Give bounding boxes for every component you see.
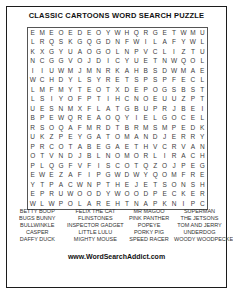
- grid-cell-r9c13: U: [141, 104, 150, 114]
- grid-cell-r2c14: L: [150, 38, 159, 48]
- grid-cell-r1c16: T: [169, 28, 178, 38]
- grid-cell-r4c11: Y: [122, 57, 131, 67]
- grid-cell-r16c1: E: [28, 171, 37, 181]
- grid-cell-r11c14: S: [150, 123, 159, 133]
- grid-cell-r13c11: E: [122, 142, 131, 152]
- word-list-item: INSPECTOR GADGET: [67, 222, 125, 229]
- grid-cell-r9c18: E: [188, 104, 197, 114]
- grid-cell-r9c17: B: [179, 104, 188, 114]
- grid-cell-r6c14: S: [150, 76, 159, 86]
- grid-cell-r7c10: X: [113, 85, 122, 95]
- grid-cell-r15c14: Z: [150, 161, 159, 171]
- grid-cell-r10c12: I: [132, 114, 141, 124]
- grid-cell-r2c7: Q: [85, 38, 94, 48]
- grid-cell-r9c5: M: [66, 104, 75, 114]
- grid-cell-r1c11: H: [122, 28, 131, 38]
- grid-cell-r8c7: P: [85, 95, 94, 105]
- grid-cell-r5c11: A: [122, 66, 131, 76]
- grid-cell-r17c10: H: [113, 180, 122, 190]
- grid-cell-r12c17: R: [179, 133, 188, 143]
- grid-cell-r12c8: A: [94, 133, 103, 143]
- grid-cell-r14c10: O: [113, 152, 122, 162]
- grid-cell-r17c9: T: [103, 180, 112, 190]
- grid-cell-r11c16: P: [169, 123, 178, 133]
- grid-cell-r17c15: S: [160, 180, 169, 190]
- grid-cell-r8c14: E: [150, 95, 159, 105]
- grid-cell-r9c3: S: [47, 104, 56, 114]
- grid-cell-r5c10: K: [113, 66, 122, 76]
- puzzle-title: CLASSIC CARTOONS WORD SEARCH PUZZLE: [0, 12, 233, 20]
- grid-cell-r18c17: K: [179, 190, 188, 200]
- grid-cell-r17c2: T: [37, 180, 46, 190]
- grid-cell-r9c11: G: [122, 104, 131, 114]
- grid-cell-r7c3: F: [47, 85, 56, 95]
- grid-cell-r2c2: R: [37, 38, 46, 48]
- grid-cell-r14c6: J: [75, 152, 84, 162]
- grid-cell-r4c7: J: [85, 57, 94, 67]
- grid-cell-r6c4: D: [56, 76, 65, 86]
- grid-cell-r3c10: L: [113, 47, 122, 57]
- grid-cell-r4c18: O: [188, 57, 197, 67]
- grid-cell-r10c5: Q: [66, 114, 75, 124]
- grid-cell-r10c8: A: [94, 114, 103, 124]
- grid-cell-r11c15: M: [160, 123, 169, 133]
- grid-cell-r3c2: X: [37, 47, 46, 57]
- grid-cell-r18c8: D: [94, 190, 103, 200]
- grid-cell-r5c15: D: [160, 66, 169, 76]
- grid-cell-r15c2: L: [37, 161, 46, 171]
- grid-cell-r6c8: Y: [94, 76, 103, 86]
- grid-cell-r5c19: E: [198, 66, 207, 76]
- grid-cell-r17c12: J: [132, 180, 141, 190]
- grid-cell-r16c9: G: [103, 171, 112, 181]
- grid-cell-r10c6: R: [75, 114, 84, 124]
- word-list-item: POPEYE: [124, 222, 174, 229]
- grid-cell-r14c16: R: [169, 152, 178, 162]
- grid-cell-r16c18: R: [188, 171, 197, 181]
- grid-cell-r17c11: E: [122, 180, 131, 190]
- grid-cell-r18c16: C: [169, 190, 178, 200]
- grid-cell-r18c15: E: [160, 190, 169, 200]
- grid-cell-r9c14: P: [150, 104, 159, 114]
- grid-cell-r9c1: U: [28, 104, 37, 114]
- grid-cell-r8c6: F: [75, 95, 84, 105]
- grid-cell-r6c12: S: [132, 76, 141, 86]
- grid-cell-r8c2: S: [37, 95, 46, 105]
- grid-cell-r13c13: H: [141, 142, 150, 152]
- grid-cell-r10c15: G: [160, 114, 169, 124]
- grid-cell-r14c1: O: [28, 152, 37, 162]
- grid-cell-r7c6: T: [75, 85, 84, 95]
- grid-cell-r14c3: V: [47, 152, 56, 162]
- grid-cell-r5c7: M: [85, 66, 94, 76]
- grid-cell-r7c19: T: [198, 85, 207, 95]
- grid-cell-r7c1: L: [28, 85, 37, 95]
- grid-cell-r18c11: O: [122, 190, 131, 200]
- grid-cell-r4c14: T: [150, 57, 159, 67]
- grid-cell-r8c11: C: [122, 95, 131, 105]
- grid-cell-r10c2: P: [37, 114, 46, 124]
- grid-cell-r12c15: J: [160, 133, 169, 143]
- grid-cell-r3c19: U: [198, 47, 207, 57]
- grid-cell-r5c13: B: [141, 66, 150, 76]
- grid-cell-r10c16: O: [169, 114, 178, 124]
- grid-cell-r6c11: T: [122, 76, 131, 86]
- word-list-item: DAFFY DUCK: [8, 236, 67, 243]
- grid-cell-r6c10: E: [113, 76, 122, 86]
- grid-cell-r2c18: W: [188, 38, 197, 48]
- word-list-item: CASPER: [8, 229, 67, 236]
- grid-cell-r12c19: Y: [198, 133, 207, 143]
- grid-cell-r8c15: U: [160, 95, 169, 105]
- grid-cell-r7c4: M: [56, 85, 65, 95]
- grid-cell-r15c16: J: [169, 161, 178, 171]
- grid-cell-r16c11: D: [122, 171, 131, 181]
- grid-cell-r15c11: O: [122, 161, 131, 171]
- grid-cell-r12c13: N: [141, 133, 150, 143]
- grid-cell-r18c4: U: [56, 190, 65, 200]
- grid-cell-r4c1: N: [28, 57, 37, 67]
- grid-cell-r2c17: Y: [179, 38, 188, 48]
- grid-cell-r10c9: O: [103, 114, 112, 124]
- grid-cell-r8c16: U: [169, 95, 178, 105]
- footer-url[interactable]: www.WordSearchAddict.com: [0, 252, 233, 261]
- grid-cell-r14c15: I: [160, 152, 169, 162]
- grid-cell-r18c13: D: [141, 190, 150, 200]
- grid-cell-r15c4: G: [56, 161, 65, 171]
- grid-cell-r17c13: E: [141, 180, 150, 190]
- grid-cell-r18c3: R: [47, 190, 56, 200]
- grid-cell-r4c2: C: [37, 57, 46, 67]
- grid-cell-r7c9: T: [103, 85, 112, 95]
- grid-cell-r16c3: E: [47, 171, 56, 181]
- grid-cell-r16c6: F: [75, 171, 84, 181]
- grid-cell-r9c16: J: [169, 104, 178, 114]
- grid-cell-r10c14: L: [150, 114, 159, 124]
- grid-cell-r6c3: H: [47, 76, 56, 86]
- grid-cell-r5c8: N: [94, 66, 103, 76]
- grid-cell-r18c7: O: [85, 190, 94, 200]
- grid-cell-r3c11: N: [122, 47, 131, 57]
- grid-cell-r11c19: K: [198, 123, 207, 133]
- grid-cell-r9c8: L: [94, 104, 103, 114]
- grid-cell-r4c13: E: [141, 57, 150, 67]
- grid-cell-r5c16: W: [169, 66, 178, 76]
- grid-cell-r1c7: E: [85, 28, 94, 38]
- grid-cell-r3c4: Y: [56, 47, 65, 57]
- grid-cell-r4c12: U: [132, 57, 141, 67]
- grid-cell-r17c17: N: [179, 180, 188, 190]
- grid-cell-r8c10: H: [113, 95, 122, 105]
- grid-cell-r9c6: X: [75, 104, 84, 114]
- grid-cell-r4c4: G: [56, 57, 65, 67]
- grid-cell-r2c3: Q: [47, 38, 56, 48]
- grid-cell-r17c7: N: [85, 180, 94, 190]
- grid-cell-r18c2: P: [37, 190, 46, 200]
- grid-cell-r17c1: Y: [28, 180, 37, 190]
- grid-cell-r15c10: C: [113, 161, 122, 171]
- grid-cell-r16c16: M: [169, 171, 178, 181]
- grid-cell-r12c6: Y: [75, 133, 84, 143]
- grid-cell-r18c5: W: [66, 190, 75, 200]
- grid-cell-r1c14: G: [150, 28, 159, 38]
- grid-cell-r4c10: C: [113, 57, 122, 67]
- grid-cell-r11c3: O: [47, 123, 56, 133]
- grid-cell-r2c12: W: [132, 38, 141, 48]
- grid-cell-r17c14: T: [150, 180, 159, 190]
- grid-cell-r8c17: Z: [179, 95, 188, 105]
- grid-cell-r4c17: Q: [179, 57, 188, 67]
- grid-cell-r4c16: W: [169, 57, 178, 67]
- grid-cell-r15c8: I: [94, 161, 103, 171]
- grid-cell-r8c9: I: [103, 95, 112, 105]
- grid-cell-r18c6: O: [75, 190, 84, 200]
- word-list-item: UNDERDOG: [174, 229, 225, 236]
- grid-cell-r8c3: I: [47, 95, 56, 105]
- grid-cell-r7c17: B: [179, 85, 188, 95]
- grid-cell-r3c16: I: [169, 47, 178, 57]
- grid-cell-r3c6: A: [75, 47, 84, 57]
- grid-cell-r10c18: E: [188, 114, 197, 124]
- grid-cell-r10c17: C: [179, 114, 188, 124]
- grid-cell-r13c2: R: [37, 142, 46, 152]
- grid-cell-r7c16: S: [169, 85, 178, 95]
- grid-cell-r14c19: H: [198, 152, 207, 162]
- grid-cell-r12c2: K: [37, 133, 46, 143]
- grid-cell-r12c7: G: [85, 133, 94, 143]
- grid-cell-r16c12: W: [132, 171, 141, 181]
- grid-cell-r10c3: E: [47, 114, 56, 124]
- grid-cell-r6c5: Y: [66, 76, 75, 86]
- grid-cell-r3c9: O: [103, 47, 112, 57]
- grid-cell-r15c15: O: [160, 161, 169, 171]
- grid-cell-r1c8: O: [94, 28, 103, 38]
- grid-cell-r13c7: B: [85, 142, 94, 152]
- grid-cell-r9c9: A: [103, 104, 112, 114]
- grid-cell-r16c19: E: [198, 171, 207, 181]
- grid-cell-r1c5: E: [66, 28, 75, 38]
- grid-cell-r11c13: M: [141, 123, 150, 133]
- word-list-item: LITTLE LULU: [67, 229, 125, 236]
- grid-cell-r3c18: T: [188, 47, 197, 57]
- grid-cell-r15c7: F: [85, 161, 94, 171]
- grid-cell-r5c12: H: [132, 66, 141, 76]
- word-list-item: WOODY WOODPECKER: [174, 236, 225, 243]
- grid-cell-r11c9: D: [103, 123, 112, 133]
- grid-cell-r18c19: R: [198, 190, 207, 200]
- grid-cell-r3c13: V: [141, 47, 150, 57]
- grid-cell-r1c12: Q: [132, 28, 141, 38]
- grid-cell-r11c8: R: [94, 123, 103, 133]
- grid-cell-r4c6: O: [75, 57, 84, 67]
- grid-cell-r1c13: R: [141, 28, 150, 38]
- grid-cell-r14c17: A: [179, 152, 188, 162]
- grid-cell-r11c17: E: [179, 123, 188, 133]
- grid-cell-r11c18: D: [188, 123, 197, 133]
- grid-cell-r12c1: U: [28, 133, 37, 143]
- grid-cell-r13c19: N: [198, 142, 207, 152]
- word-list-item: FELIX THE CAT: [67, 208, 125, 215]
- grid-cell-r17c19: H: [198, 180, 207, 190]
- puzzle-page: CLASSIC CARTOONS WORD SEARCH PUZZLE EMEO…: [0, 0, 233, 300]
- grid-cell-r1c4: O: [56, 28, 65, 38]
- grid-cell-r1c17: W: [179, 28, 188, 38]
- grid-cell-r14c7: B: [85, 152, 94, 162]
- grid-cell-r13c16: R: [169, 142, 178, 152]
- grid-cell-r18c10: W: [113, 190, 122, 200]
- word-list-item: MR MAGOO: [124, 208, 174, 215]
- grid-cell-r14c18: C: [188, 152, 197, 162]
- grid-cell-r17c5: C: [66, 180, 75, 190]
- grid-cell-r6c18: C: [188, 76, 197, 86]
- grid-cell-r9c19: I: [198, 104, 207, 114]
- grid-cell-r13c9: G: [103, 142, 112, 152]
- word-list-item: BETTY BOOP: [8, 208, 67, 215]
- grid-cell-r13c10: A: [113, 142, 122, 152]
- grid-cell-r14c12: O: [132, 152, 141, 162]
- grid-cell-r17c18: S: [188, 180, 197, 190]
- grid-cell-r16c10: W: [113, 171, 122, 181]
- grid-cell-r12c18: R: [188, 133, 197, 143]
- grid-cell-r16c15: O: [160, 171, 169, 181]
- grid-cell-r2c1: L: [28, 38, 37, 48]
- grid-cell-r15c1: P: [28, 161, 37, 171]
- grid-cell-r1c15: E: [160, 28, 169, 38]
- grid-cell-r5c18: A: [188, 66, 197, 76]
- grid-cell-r15c17: P: [179, 161, 188, 171]
- grid-cell-r7c12: E: [132, 85, 141, 95]
- grid-cell-r14c5: D: [66, 152, 75, 162]
- grid-cell-r11c11: B: [122, 123, 131, 133]
- grid-cell-r11c12: R: [132, 123, 141, 133]
- grid-cell-r7c13: P: [141, 85, 150, 95]
- grid-cell-r16c13: Y: [141, 171, 150, 181]
- grid-cell-r7c15: G: [160, 85, 169, 95]
- grid-cell-r3c1: K: [28, 47, 37, 57]
- word-list-item: TOM AND JERRY: [174, 222, 225, 229]
- grid-cell-r4c3: G: [47, 57, 56, 67]
- word-list-item: SPEED RACER: [124, 236, 174, 243]
- grid-cell-r9c2: E: [37, 104, 46, 114]
- grid-cell-r8c13: O: [141, 95, 150, 105]
- grid-cell-r16c14: Q: [150, 171, 159, 181]
- grid-cell-r4c9: I: [103, 57, 112, 67]
- grid-cell-r10c11: Y: [122, 114, 131, 124]
- grid-cell-r2c10: N: [113, 38, 122, 48]
- word-list-item: PORKY PIG: [124, 229, 174, 236]
- grid-cell-r8c12: N: [132, 95, 141, 105]
- grid-cell-r2c6: G: [75, 38, 84, 48]
- grid-cell-r15c5: F: [66, 161, 75, 171]
- grid-cell-r16c4: Z: [56, 171, 65, 181]
- grid-cell-r13c8: E: [94, 142, 103, 152]
- grid-cell-r11c1: R: [28, 123, 37, 133]
- grid-cell-r16c17: F: [179, 171, 188, 181]
- grid-cell-r9c12: B: [132, 104, 141, 114]
- grid-cell-r5c2: I: [37, 66, 46, 76]
- word-list-item: THE JETSONS: [174, 215, 225, 222]
- grid-cell-r15c18: E: [188, 161, 197, 171]
- grid-cell-r13c12: T: [132, 142, 141, 152]
- grid-cell-r5c5: M: [66, 66, 75, 76]
- grid-cell-r6c17: E: [179, 76, 188, 86]
- word-list-item: MIGHTY MOUSE: [67, 236, 125, 243]
- grid-cell-r13c18: A: [188, 142, 197, 152]
- grid-cell-r15c6: V: [75, 161, 84, 171]
- grid-cell-r7c5: Y: [66, 85, 75, 95]
- grid-cell-r2c4: S: [56, 38, 65, 48]
- grid-cell-r13c17: V: [179, 142, 188, 152]
- grid-cell-r7c2: M: [37, 85, 46, 95]
- grid-cell-r12c10: O: [113, 133, 122, 143]
- grid-cell-r13c15: C: [160, 142, 169, 152]
- word-list: BETTY BOOPBUGS BUNNYBULLWINKLECASPERDAFF…: [8, 208, 225, 243]
- grid-cell-r14c4: N: [56, 152, 65, 162]
- grid-cell-r2c11: F: [122, 38, 131, 48]
- grid-cell-r14c9: N: [103, 152, 112, 162]
- grid-cell-r8c5: O: [66, 95, 75, 105]
- grid-cell-r2c15: A: [160, 38, 169, 48]
- grid-cell-r7c18: S: [188, 85, 197, 95]
- grid-cell-r17c6: W: [75, 180, 84, 190]
- grid-cell-r12c12: A: [132, 133, 141, 143]
- grid-cell-r3c12: P: [132, 47, 141, 57]
- grid-cell-r6c6: L: [75, 76, 84, 86]
- grid-cell-r16c8: P: [94, 171, 103, 181]
- grid-cell-r17c16: O: [169, 180, 178, 190]
- grid-cell-r12c5: E: [66, 133, 75, 143]
- grid-cell-r9c4: N: [56, 104, 65, 114]
- grid-cell-r10c7: E: [85, 114, 94, 124]
- grid-cell-r6c15: P: [160, 76, 169, 86]
- grid-cell-r9c7: F: [85, 104, 94, 114]
- grid-cell-r18c14: P: [150, 190, 159, 200]
- word-search-grid: EMEOEDEOYWHQRGETWMULRQSKGQGDNFWILAFYWLKX…: [27, 27, 208, 210]
- grid-cell-r13c5: T: [66, 142, 75, 152]
- grid-cell-r17c3: P: [47, 180, 56, 190]
- grid-cell-r6c9: R: [103, 76, 112, 86]
- grid-cell-r15c9: S: [103, 161, 112, 171]
- grid-cell-r3c3: G: [47, 47, 56, 57]
- grid-cell-r12c16: E: [169, 133, 178, 143]
- grid-cell-r8c8: T: [94, 95, 103, 105]
- grid-cell-r8c19: T: [198, 95, 207, 105]
- grid-cell-r10c10: Q: [113, 114, 122, 124]
- grid-cell-r12c9: T: [103, 133, 112, 143]
- grid-cell-r1c1: E: [28, 28, 37, 38]
- grid-cell-r14c13: R: [141, 152, 150, 162]
- grid-cell-r2c16: F: [169, 38, 178, 48]
- grid-cell-r13c4: O: [56, 142, 65, 152]
- grid-cell-r17c4: A: [56, 180, 65, 190]
- grid-cell-r11c4: Q: [56, 123, 65, 133]
- grid-cell-r2c9: D: [103, 38, 112, 48]
- grid-cell-r6c2: C: [37, 76, 46, 86]
- grid-cell-r3c17: Z: [179, 47, 188, 57]
- grid-cell-r6c13: P: [141, 76, 150, 86]
- grid-cell-r8c1: L: [28, 95, 37, 105]
- grid-cell-r6c1: W: [28, 76, 37, 86]
- grid-cell-r3c15: L: [160, 47, 169, 57]
- grid-cell-r1c6: D: [75, 28, 84, 38]
- grid-cell-r3c7: O: [85, 47, 94, 57]
- word-list-item: SUPERMAN: [174, 208, 225, 215]
- grid-cell-r18c12: O: [132, 190, 141, 200]
- grid-cell-r4c15: N: [160, 57, 169, 67]
- grid-cell-r6c16: F: [169, 76, 178, 86]
- grid-cell-r13c14: V: [150, 142, 159, 152]
- grid-cell-r5c1: I: [28, 66, 37, 76]
